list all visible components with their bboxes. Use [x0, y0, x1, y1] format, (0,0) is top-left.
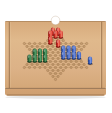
scene	[0, 0, 112, 113]
chinese-checkers-board	[0, 0, 112, 113]
top-notch	[51, 16, 60, 25]
